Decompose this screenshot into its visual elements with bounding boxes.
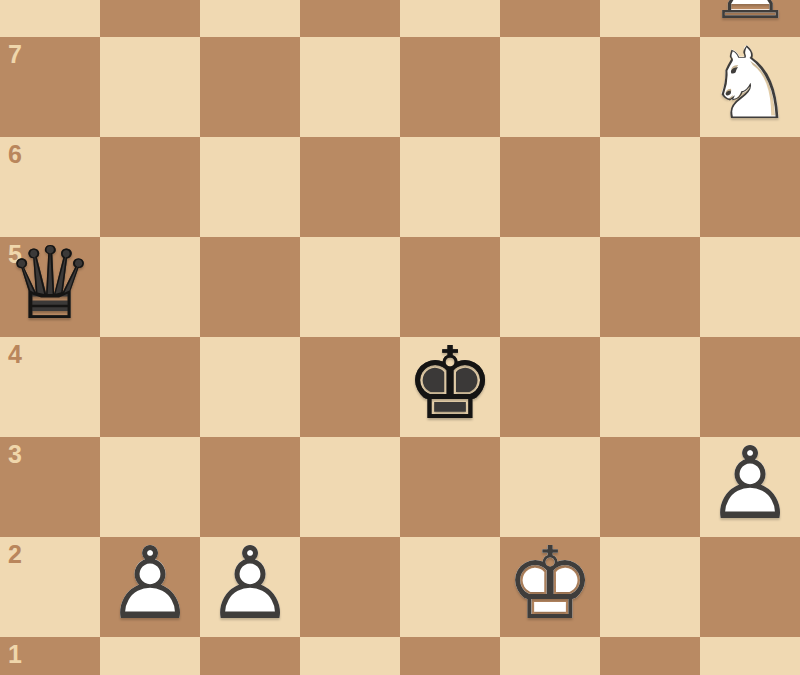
square-e1[interactable] bbox=[400, 637, 500, 675]
square-c7[interactable] bbox=[200, 37, 300, 137]
rank-label-2: 2 bbox=[8, 542, 22, 567]
square-b7[interactable] bbox=[100, 37, 200, 137]
square-c1[interactable] bbox=[200, 637, 300, 675]
white-pawn[interactable]: ♟♙ bbox=[100, 537, 200, 637]
square-g4[interactable] bbox=[600, 337, 700, 437]
square-a6[interactable]: 6 bbox=[0, 137, 100, 237]
square-a4[interactable]: 4 bbox=[0, 337, 100, 437]
square-d1[interactable] bbox=[300, 637, 400, 675]
square-e6[interactable] bbox=[400, 137, 500, 237]
square-g2[interactable] bbox=[600, 537, 700, 637]
square-c3[interactable] bbox=[200, 437, 300, 537]
square-b8[interactable] bbox=[100, 0, 200, 37]
square-a3[interactable]: 3 bbox=[0, 437, 100, 537]
square-d8[interactable] bbox=[300, 0, 400, 37]
square-b3[interactable] bbox=[100, 437, 200, 537]
square-h3[interactable]: ♟♙ bbox=[700, 437, 800, 537]
square-g6[interactable] bbox=[600, 137, 700, 237]
square-f3[interactable] bbox=[500, 437, 600, 537]
square-d3[interactable] bbox=[300, 437, 400, 537]
square-g5[interactable] bbox=[600, 237, 700, 337]
square-e3[interactable] bbox=[400, 437, 500, 537]
square-e5[interactable] bbox=[400, 237, 500, 337]
square-h2[interactable] bbox=[700, 537, 800, 637]
white-king[interactable]: ♚♔ bbox=[500, 537, 600, 637]
square-e8[interactable] bbox=[400, 0, 500, 37]
square-d5[interactable] bbox=[300, 237, 400, 337]
square-a7[interactable]: 7 bbox=[0, 37, 100, 137]
square-f2[interactable]: ♚♔ bbox=[500, 537, 600, 637]
square-b5[interactable] bbox=[100, 237, 200, 337]
square-h5[interactable] bbox=[700, 237, 800, 337]
chessboard: ♜♖7♞♘65♛♕4♚♔3♟♙2♟♙♟♙♚♔1 bbox=[0, 0, 800, 675]
square-h4[interactable] bbox=[700, 337, 800, 437]
square-a1[interactable]: 1 bbox=[0, 637, 100, 675]
rank-label-7: 7 bbox=[8, 42, 22, 67]
rank-label-3: 3 bbox=[8, 442, 22, 467]
square-f4[interactable] bbox=[500, 337, 600, 437]
square-c4[interactable] bbox=[200, 337, 300, 437]
square-e7[interactable] bbox=[400, 37, 500, 137]
square-f1[interactable] bbox=[500, 637, 600, 675]
square-c6[interactable] bbox=[200, 137, 300, 237]
black-king[interactable]: ♚♔ bbox=[400, 337, 500, 437]
square-h8[interactable]: ♜♖ bbox=[700, 0, 800, 37]
square-h6[interactable] bbox=[700, 137, 800, 237]
square-g1[interactable] bbox=[600, 637, 700, 675]
square-f8[interactable] bbox=[500, 0, 600, 37]
square-g3[interactable] bbox=[600, 437, 700, 537]
white-knight[interactable]: ♞♘ bbox=[700, 37, 800, 137]
white-pawn[interactable]: ♟♙ bbox=[700, 437, 800, 537]
square-f5[interactable] bbox=[500, 237, 600, 337]
square-e2[interactable] bbox=[400, 537, 500, 637]
square-b2[interactable]: ♟♙ bbox=[100, 537, 200, 637]
square-c2[interactable]: ♟♙ bbox=[200, 537, 300, 637]
square-c5[interactable] bbox=[200, 237, 300, 337]
square-e4[interactable]: ♚♔ bbox=[400, 337, 500, 437]
square-d7[interactable] bbox=[300, 37, 400, 137]
square-a5[interactable]: 5♛♕ bbox=[0, 237, 100, 337]
black-queen[interactable]: ♛♕ bbox=[0, 237, 100, 337]
square-d6[interactable] bbox=[300, 137, 400, 237]
rank-label-6: 6 bbox=[8, 142, 22, 167]
square-h7[interactable]: ♞♘ bbox=[700, 37, 800, 137]
square-b6[interactable] bbox=[100, 137, 200, 237]
square-g7[interactable] bbox=[600, 37, 700, 137]
square-d4[interactable] bbox=[300, 337, 400, 437]
square-a2[interactable]: 2 bbox=[0, 537, 100, 637]
square-h1[interactable] bbox=[700, 637, 800, 675]
square-c8[interactable] bbox=[200, 0, 300, 37]
square-d2[interactable] bbox=[300, 537, 400, 637]
white-pawn[interactable]: ♟♙ bbox=[200, 537, 300, 637]
square-a8[interactable] bbox=[0, 0, 100, 37]
white-rook[interactable]: ♜♖ bbox=[700, 0, 800, 37]
square-f6[interactable] bbox=[500, 137, 600, 237]
square-f7[interactable] bbox=[500, 37, 600, 137]
board-grid: ♜♖7♞♘65♛♕4♚♔3♟♙2♟♙♟♙♚♔1 bbox=[0, 0, 800, 675]
square-g8[interactable] bbox=[600, 0, 700, 37]
rank-label-4: 4 bbox=[8, 342, 22, 367]
square-b4[interactable] bbox=[100, 337, 200, 437]
square-b1[interactable] bbox=[100, 637, 200, 675]
rank-label-1: 1 bbox=[8, 642, 22, 667]
